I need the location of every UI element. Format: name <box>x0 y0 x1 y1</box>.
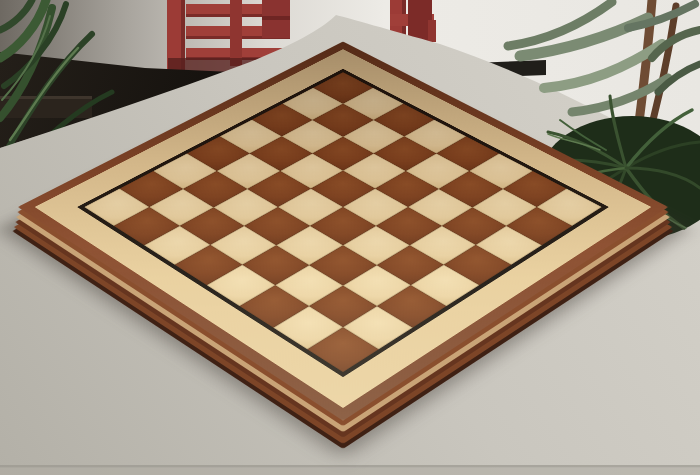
photo-stage <box>0 0 700 475</box>
table-front-face <box>0 468 700 475</box>
table-front-edge <box>0 465 700 468</box>
